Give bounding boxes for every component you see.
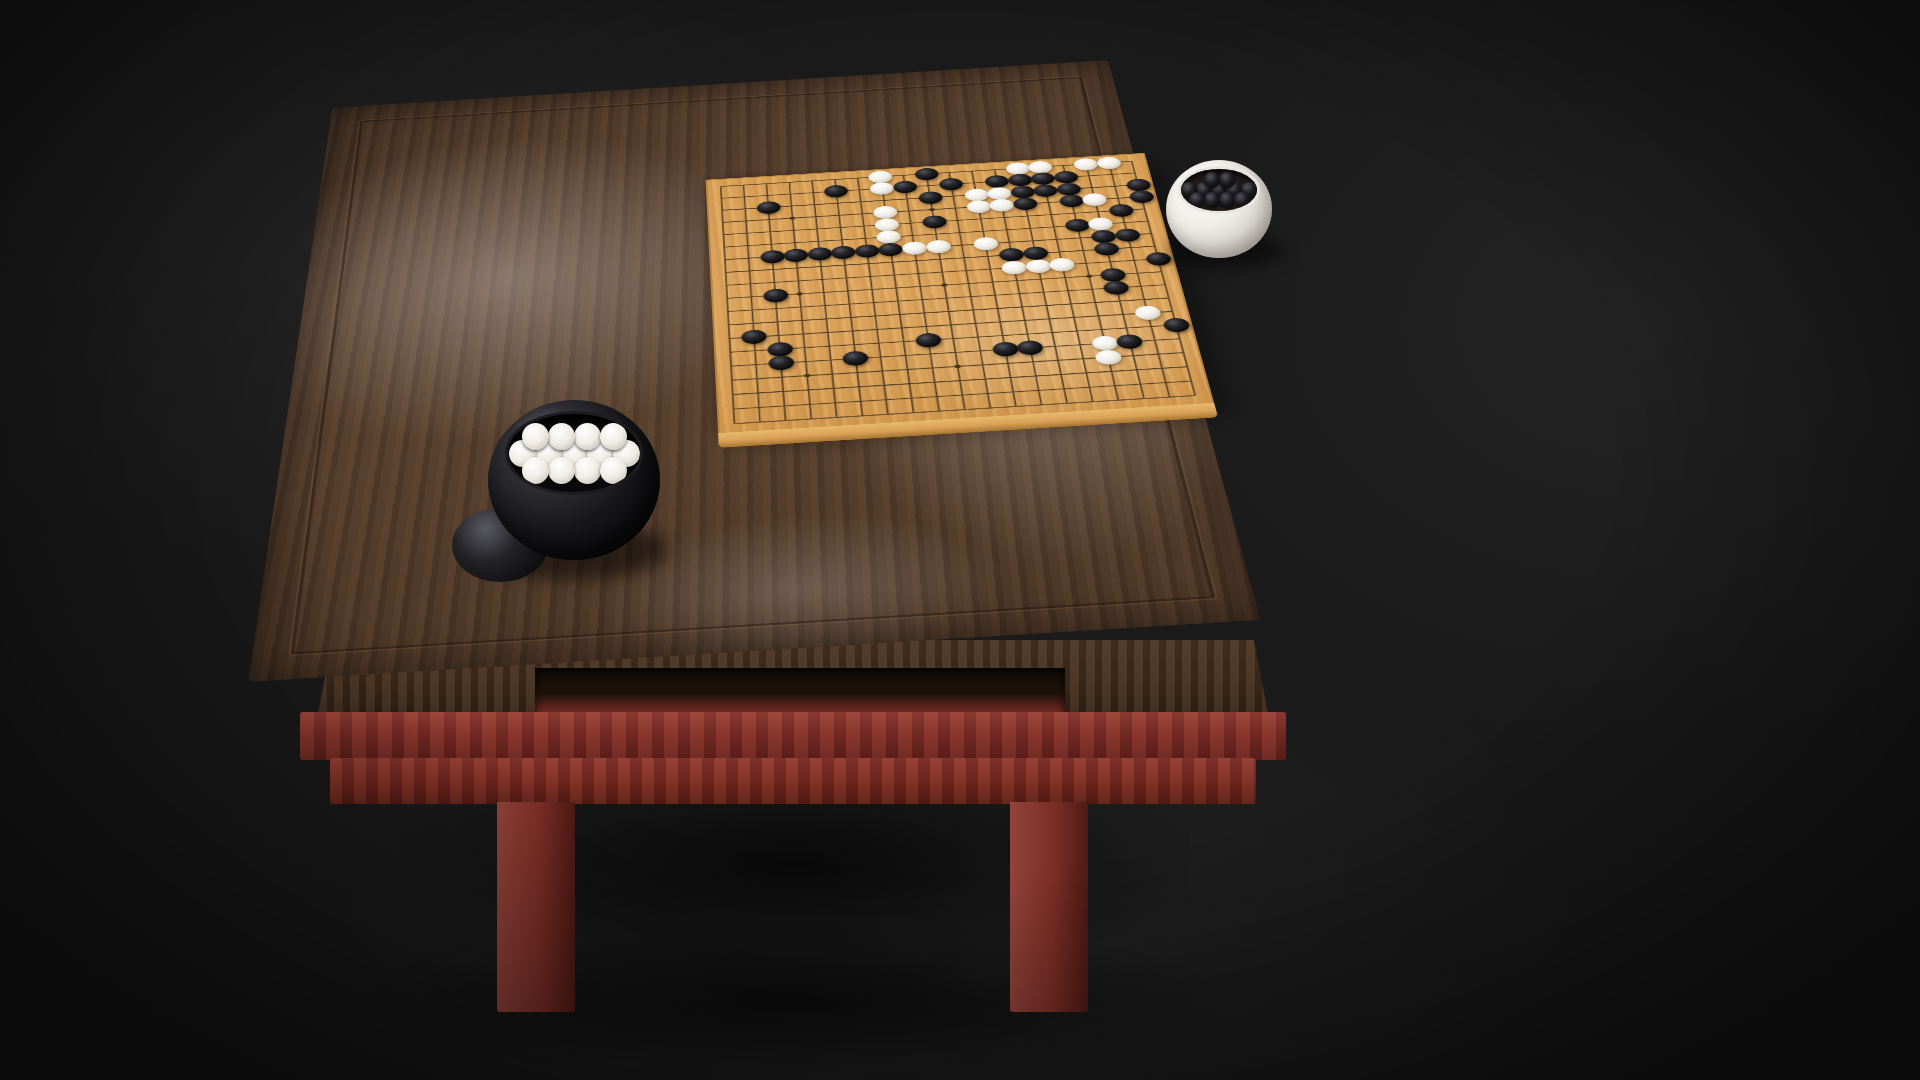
black-stone-in-bowl	[1204, 192, 1220, 208]
black-stone-in-bowl	[1234, 192, 1250, 208]
white-stone-in-bowl	[522, 457, 549, 484]
black-stone-in-bowl	[1189, 192, 1205, 208]
white-stone-in-bowl	[574, 423, 601, 450]
white-stone-bowl	[1166, 160, 1272, 258]
black-stone-in-bowl	[1204, 172, 1220, 188]
white-stone-in-bowl	[574, 457, 601, 484]
tabletop-plane	[248, 60, 1260, 682]
white-stone-in-bowl	[522, 423, 549, 450]
white-bowl-opening-with-black-stones	[1181, 169, 1257, 211]
white-stone-in-bowl	[548, 423, 575, 450]
black-stone-in-bowl	[1219, 172, 1235, 188]
black-bowl-opening-with-white-stones	[508, 414, 640, 492]
black-stone-in-bowl	[1219, 192, 1235, 208]
white-stone-in-bowl	[600, 457, 627, 484]
black-stone-bowl	[488, 400, 660, 560]
white-stone-in-bowl	[548, 457, 575, 484]
perspective-scene	[0, 0, 1920, 1080]
go-table-3d-scene[interactable]	[0, 0, 1920, 1080]
white-stone-in-bowl	[600, 423, 627, 450]
